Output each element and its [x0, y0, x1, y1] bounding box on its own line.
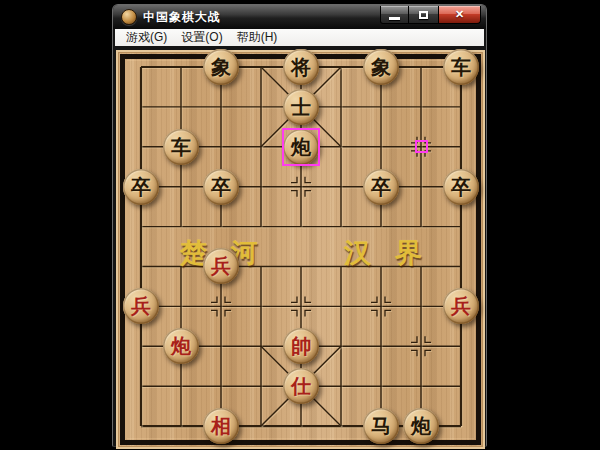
point-0-4[interactable]: [121, 207, 161, 247]
point-7-3[interactable]: [401, 167, 441, 207]
point-8-1[interactable]: [441, 87, 481, 127]
point-2-9[interactable]: 相: [201, 406, 241, 446]
desktop-background: { "window": { "title": "中国象棋大战", "icon":…: [0, 0, 600, 450]
point-6-8[interactable]: [361, 366, 401, 406]
app-icon: [121, 9, 137, 25]
point-4-2[interactable]: 炮: [281, 127, 321, 167]
piece-black-chariot[interactable]: 车: [443, 49, 479, 85]
point-3-0[interactable]: [241, 47, 281, 87]
piece-glyph: 仕: [291, 376, 311, 396]
point-0-6[interactable]: 兵: [121, 286, 161, 326]
point-3-6[interactable]: [241, 286, 281, 326]
piece-glyph: 炮: [171, 336, 191, 356]
point-0-1[interactable]: [121, 87, 161, 127]
point-1-8[interactable]: [161, 366, 201, 406]
piece-glyph: 相: [211, 416, 231, 436]
point-3-3[interactable]: [241, 167, 281, 207]
point-6-3[interactable]: 卒: [361, 167, 401, 207]
point-0-5[interactable]: [121, 246, 161, 286]
piece-glyph: 兵: [211, 256, 231, 276]
point-8-7[interactable]: [441, 326, 481, 366]
point-7-9[interactable]: 炮: [401, 406, 441, 446]
point-5-9[interactable]: [321, 406, 361, 446]
piece-red-elephant[interactable]: 相: [203, 408, 239, 444]
point-8-0[interactable]: 车: [441, 47, 481, 87]
point-5-7[interactable]: [321, 326, 361, 366]
point-6-7[interactable]: [361, 326, 401, 366]
point-6-4[interactable]: [361, 207, 401, 247]
point-6-1[interactable]: [361, 87, 401, 127]
last-move-from-marker: [415, 140, 428, 153]
point-4-8[interactable]: 仕: [281, 366, 321, 406]
point-4-6[interactable]: [281, 286, 321, 326]
point-0-8[interactable]: [121, 366, 161, 406]
point-4-9[interactable]: [281, 406, 321, 446]
piece-glyph: 炮: [291, 137, 311, 157]
point-7-2[interactable]: [401, 127, 441, 167]
point-0-2[interactable]: [121, 127, 161, 167]
point-5-0[interactable]: [321, 47, 361, 87]
point-1-7[interactable]: 炮: [161, 326, 201, 366]
piece-red-soldier[interactable]: 兵: [203, 248, 239, 284]
point-6-6[interactable]: [361, 286, 401, 326]
point-1-0[interactable]: [161, 47, 201, 87]
point-1-2[interactable]: 车: [161, 127, 201, 167]
point-1-9[interactable]: [161, 406, 201, 446]
point-1-5[interactable]: [161, 246, 201, 286]
piece-black-elephant[interactable]: 象: [203, 49, 239, 85]
point-7-6[interactable]: [401, 286, 441, 326]
point-2-6[interactable]: [201, 286, 241, 326]
point-3-7[interactable]: [241, 326, 281, 366]
point-2-3[interactable]: 卒: [201, 167, 241, 207]
board-intersections: 象将象车士车炮卒卒卒卒兵兵兵炮帥仕相马炮: [121, 47, 481, 446]
piece-glyph: 象: [371, 57, 391, 77]
piece-red-advisor[interactable]: 仕: [283, 368, 319, 404]
point-6-2[interactable]: [361, 127, 401, 167]
point-8-4[interactable]: [441, 207, 481, 247]
point-0-7[interactable]: [121, 326, 161, 366]
point-1-4[interactable]: [161, 207, 201, 247]
piece-black-general[interactable]: 将: [283, 49, 319, 85]
piece-glyph: 象: [211, 57, 231, 77]
point-1-1[interactable]: [161, 87, 201, 127]
maximize-icon: [419, 11, 428, 19]
point-5-5[interactable]: [321, 246, 361, 286]
point-3-8[interactable]: [241, 366, 281, 406]
point-8-3[interactable]: 卒: [441, 167, 481, 207]
piece-black-chariot[interactable]: 车: [163, 129, 199, 165]
point-4-7[interactable]: 帥: [281, 326, 321, 366]
window-title: 中国象棋大战: [143, 9, 221, 26]
menu-settings[interactable]: 设置(O): [174, 29, 229, 46]
point-2-2[interactable]: [201, 127, 241, 167]
point-8-2[interactable]: [441, 127, 481, 167]
piece-black-advisor[interactable]: 士: [283, 89, 319, 125]
point-4-4[interactable]: [281, 207, 321, 247]
menu-bar: 游戏(G) 设置(O) 帮助(H): [115, 29, 484, 46]
piece-glyph: 卒: [211, 177, 231, 197]
piece-black-cannon[interactable]: 炮: [283, 129, 319, 165]
title-bar[interactable]: 中国象棋大战 ✕: [113, 5, 486, 29]
piece-glyph: 卒: [131, 177, 151, 197]
minimize-icon: [389, 17, 400, 20]
point-2-1[interactable]: [201, 87, 241, 127]
piece-glyph: 卒: [451, 177, 471, 197]
xiangqi-board: 楚河 汉界 象将象车士车炮卒卒卒卒兵兵兵炮帥仕相马炮: [116, 50, 485, 449]
point-1-6[interactable]: [161, 286, 201, 326]
point-7-0[interactable]: [401, 47, 441, 87]
piece-glyph: 炮: [411, 416, 431, 436]
point-7-7[interactable]: [401, 326, 441, 366]
point-1-3[interactable]: [161, 167, 201, 207]
point-6-0[interactable]: 象: [361, 47, 401, 87]
point-3-1[interactable]: [241, 87, 281, 127]
point-6-5[interactable]: [361, 246, 401, 286]
piece-glyph: 士: [291, 97, 311, 117]
piece-glyph: 帥: [291, 336, 311, 356]
point-6-9[interactable]: 马: [361, 406, 401, 446]
point-2-8[interactable]: [201, 366, 241, 406]
point-4-3[interactable]: [281, 167, 321, 207]
point-8-5[interactable]: [441, 246, 481, 286]
piece-black-horse[interactable]: 马: [363, 408, 399, 444]
point-4-5[interactable]: [281, 246, 321, 286]
point-5-8[interactable]: [321, 366, 361, 406]
point-5-4[interactable]: [321, 207, 361, 247]
point-8-9[interactable]: [441, 406, 481, 446]
close-button[interactable]: ✕: [438, 6, 481, 24]
app-window: 中国象棋大战 ✕ 游戏(G) 设置(O) 帮助(H) 楚河 汉界 象将象车士车炮…: [112, 4, 487, 447]
point-5-6[interactable]: [321, 286, 361, 326]
maximize-button[interactable]: [409, 6, 438, 24]
minimize-button[interactable]: [380, 6, 409, 24]
menu-help[interactable]: 帮助(H): [230, 29, 285, 46]
piece-red-general[interactable]: 帥: [283, 328, 319, 364]
point-8-6[interactable]: 兵: [441, 286, 481, 326]
point-7-1[interactable]: [401, 87, 441, 127]
point-4-0[interactable]: 将: [281, 47, 321, 87]
piece-red-soldier[interactable]: 兵: [443, 288, 479, 324]
point-3-9[interactable]: [241, 406, 281, 446]
point-7-4[interactable]: [401, 207, 441, 247]
piece-red-cannon[interactable]: 炮: [163, 328, 199, 364]
point-2-4[interactable]: [201, 207, 241, 247]
point-2-7[interactable]: [201, 326, 241, 366]
caption-buttons: ✕: [380, 6, 481, 24]
point-2-0[interactable]: 象: [201, 47, 241, 87]
piece-red-soldier[interactable]: 兵: [123, 288, 159, 324]
point-0-9[interactable]: [121, 406, 161, 446]
piece-glyph: 车: [451, 57, 471, 77]
piece-black-soldier[interactable]: 卒: [123, 169, 159, 205]
point-4-1[interactable]: 士: [281, 87, 321, 127]
close-icon: ✕: [455, 8, 464, 21]
piece-black-cannon[interactable]: 炮: [403, 408, 439, 444]
piece-glyph: 卒: [371, 177, 391, 197]
piece-black-soldier[interactable]: 卒: [443, 169, 479, 205]
piece-glyph: 兵: [451, 296, 471, 316]
point-7-5[interactable]: [401, 246, 441, 286]
point-7-8[interactable]: [401, 366, 441, 406]
point-3-4[interactable]: [241, 207, 281, 247]
point-3-2[interactable]: [241, 127, 281, 167]
point-0-0[interactable]: [121, 47, 161, 87]
point-5-1[interactable]: [321, 87, 361, 127]
piece-glyph: 车: [171, 137, 191, 157]
point-2-5[interactable]: 兵: [201, 246, 241, 286]
piece-black-soldier[interactable]: 卒: [203, 169, 239, 205]
point-5-3[interactable]: [321, 167, 361, 207]
point-5-2[interactable]: [321, 127, 361, 167]
piece-black-elephant[interactable]: 象: [363, 49, 399, 85]
piece-glyph: 兵: [131, 296, 151, 316]
point-0-3[interactable]: 卒: [121, 167, 161, 207]
point-3-5[interactable]: [241, 246, 281, 286]
piece-glyph: 将: [291, 57, 311, 77]
piece-glyph: 马: [371, 416, 391, 436]
menu-game[interactable]: 游戏(G): [119, 29, 174, 46]
point-8-8[interactable]: [441, 366, 481, 406]
piece-black-soldier[interactable]: 卒: [363, 169, 399, 205]
